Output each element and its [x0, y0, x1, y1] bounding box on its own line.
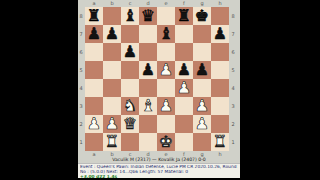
piece-white-pawn[interactable]: ♟ — [87, 115, 101, 133]
square-b2[interactable]: ♟ — [103, 115, 121, 133]
piece-black-pawn[interactable]: ♟ — [141, 61, 155, 79]
square-d1[interactable] — [139, 133, 157, 151]
square-c3[interactable]: ♞ — [121, 97, 139, 115]
piece-white-pawn[interactable]: ♟ — [177, 79, 191, 97]
square-e3[interactable]: ♟ — [157, 97, 175, 115]
square-a4[interactable] — [85, 79, 103, 97]
file-label-f: f — [175, 0, 193, 6]
square-h2[interactable] — [211, 115, 229, 133]
rank-label-8: 8 — [230, 7, 236, 25]
square-b1[interactable]: ♜ — [103, 133, 121, 151]
piece-black-king[interactable]: ♚ — [195, 7, 209, 25]
square-c7[interactable] — [121, 25, 139, 43]
chess-gui-panel: abcdefgh 87654321 87654321 ♜♝♛♜♚♟♟♝♟♟♟♟♟… — [78, 0, 240, 180]
square-f8[interactable]: ♜ — [175, 7, 193, 25]
square-g3[interactable]: ♟ — [193, 97, 211, 115]
square-g5[interactable]: ♟ — [193, 61, 211, 79]
rank-label-2: 2 — [230, 115, 236, 133]
piece-black-pawn[interactable]: ♟ — [123, 43, 137, 61]
file-label-e: e — [157, 0, 175, 6]
square-e5[interactable]: ♟ — [157, 61, 175, 79]
square-d3[interactable]: ♝ — [139, 97, 157, 115]
square-f7[interactable] — [175, 25, 193, 43]
square-b6[interactable] — [103, 43, 121, 61]
square-f1[interactable] — [175, 133, 193, 151]
rank-label-3: 3 — [78, 97, 84, 115]
square-b3[interactable] — [103, 97, 121, 115]
piece-white-queen[interactable]: ♛ — [123, 115, 137, 133]
piece-black-pawn[interactable]: ♟ — [87, 25, 101, 43]
piece-black-pawn[interactable]: ♟ — [177, 61, 191, 79]
rank-label-8: 8 — [78, 7, 84, 25]
square-d5[interactable]: ♟ — [139, 61, 157, 79]
piece-black-bishop[interactable]: ♝ — [159, 25, 173, 43]
square-a8[interactable]: ♜ — [85, 7, 103, 25]
piece-white-rook[interactable]: ♜ — [213, 133, 227, 151]
square-b8[interactable] — [103, 7, 121, 25]
rank-label-3: 3 — [230, 97, 236, 115]
rank-label-5: 5 — [230, 61, 236, 79]
square-a2[interactable]: ♟ — [85, 115, 103, 133]
caption-area: Vaculik M (2317) — Kovalik Ja (2407) 0-0… — [78, 157, 240, 180]
piece-white-king[interactable]: ♚ — [159, 133, 173, 151]
square-c8[interactable]: ♝ — [121, 7, 139, 25]
square-g4[interactable] — [193, 79, 211, 97]
piece-black-queen[interactable]: ♛ — [141, 7, 155, 25]
square-e7[interactable]: ♝ — [157, 25, 175, 43]
square-c1[interactable] — [121, 133, 139, 151]
square-f6[interactable] — [175, 43, 193, 61]
rank-label-4: 4 — [78, 79, 84, 97]
square-b5[interactable] — [103, 61, 121, 79]
piece-white-rook[interactable]: ♜ — [105, 133, 119, 151]
square-a3[interactable] — [85, 97, 103, 115]
file-label-a: a — [85, 0, 103, 6]
square-d2[interactable] — [139, 115, 157, 133]
square-d6[interactable] — [139, 43, 157, 61]
rank-label-6: 6 — [78, 43, 84, 61]
square-f3[interactable] — [175, 97, 193, 115]
square-e2[interactable] — [157, 115, 175, 133]
square-a5[interactable] — [85, 61, 103, 79]
file-label-c: c — [121, 0, 139, 6]
square-g8[interactable]: ♚ — [193, 7, 211, 25]
letterbox-right — [240, 0, 320, 180]
square-c6[interactable]: ♟ — [121, 43, 139, 61]
square-e4[interactable] — [157, 79, 175, 97]
square-h7[interactable]: ♟ — [211, 25, 229, 43]
rank-label-4: 4 — [230, 79, 236, 97]
bottom-strip — [78, 178, 240, 180]
square-h8[interactable] — [211, 7, 229, 25]
rank-label-1: 1 — [230, 133, 236, 151]
square-h6[interactable] — [211, 43, 229, 61]
rank-label-7: 7 — [78, 25, 84, 43]
piece-black-rook[interactable]: ♜ — [177, 7, 191, 25]
piece-white-pawn[interactable]: ♟ — [159, 61, 173, 79]
file-label-b: b — [103, 0, 121, 6]
piece-black-pawn[interactable]: ♟ — [213, 25, 227, 43]
piece-white-bishop[interactable]: ♝ — [141, 97, 155, 115]
piece-black-rook[interactable]: ♜ — [87, 7, 101, 25]
square-h5[interactable] — [211, 61, 229, 79]
piece-white-knight[interactable]: ♞ — [123, 97, 137, 115]
square-b4[interactable] — [103, 79, 121, 97]
square-g2[interactable]: ♟ — [193, 115, 211, 133]
square-d4[interactable] — [139, 79, 157, 97]
piece-white-pawn[interactable]: ♟ — [105, 115, 119, 133]
piece-white-pawn[interactable]: ♟ — [195, 115, 209, 133]
rank-labels-right: 87654321 — [230, 7, 236, 151]
square-f2[interactable] — [175, 115, 193, 133]
square-a1[interactable] — [85, 133, 103, 151]
square-e6[interactable] — [157, 43, 175, 61]
rank-label-6: 6 — [230, 43, 236, 61]
game-info-box: Event : Queen's Pawn: Indian Defense, Lu… — [78, 163, 240, 178]
square-h1[interactable]: ♜ — [211, 133, 229, 151]
square-e8[interactable] — [157, 7, 175, 25]
square-g7[interactable] — [193, 25, 211, 43]
rank-labels-left: 87654321 — [78, 7, 84, 151]
square-a7[interactable]: ♟ — [85, 25, 103, 43]
rank-label-7: 7 — [230, 25, 236, 43]
piece-white-pawn[interactable]: ♟ — [195, 97, 209, 115]
rank-label-5: 5 — [78, 61, 84, 79]
file-label-h: h — [211, 0, 229, 6]
square-c2[interactable]: ♛ — [121, 115, 139, 133]
square-a6[interactable] — [85, 43, 103, 61]
file-label-d: d — [139, 0, 157, 6]
square-d8[interactable]: ♛ — [139, 7, 157, 25]
piece-black-pawn[interactable]: ♟ — [105, 25, 119, 43]
square-g1[interactable] — [193, 133, 211, 151]
rank-label-1: 1 — [78, 133, 84, 151]
square-h3[interactable] — [211, 97, 229, 115]
rank-label-2: 2 — [78, 115, 84, 133]
square-f4[interactable]: ♟ — [175, 79, 193, 97]
square-g6[interactable] — [193, 43, 211, 61]
square-e1[interactable]: ♚ — [157, 133, 175, 151]
square-b7[interactable]: ♟ — [103, 25, 121, 43]
file-labels-top: abcdefgh — [85, 0, 229, 6]
piece-black-bishop[interactable]: ♝ — [123, 7, 137, 25]
square-d7[interactable] — [139, 25, 157, 43]
square-h4[interactable] — [211, 79, 229, 97]
letterbox-left — [0, 0, 78, 180]
square-c4[interactable] — [121, 79, 139, 97]
chess-board[interactable]: ♜♝♛♜♚♟♟♝♟♟♟♟♟♟♟♞♝♟♟♟♟♛♟♜♚♜ — [85, 7, 229, 151]
piece-white-pawn[interactable]: ♟ — [159, 97, 173, 115]
file-label-g: g — [193, 0, 211, 6]
square-f5[interactable]: ♟ — [175, 61, 193, 79]
square-c5[interactable] — [121, 61, 139, 79]
piece-black-pawn[interactable]: ♟ — [195, 61, 209, 79]
